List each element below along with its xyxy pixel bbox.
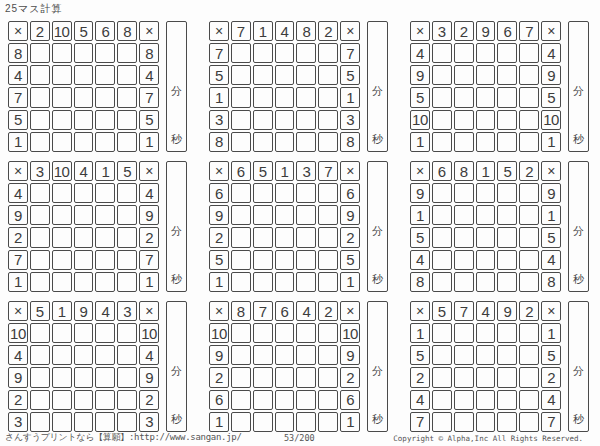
answer-cell [117,132,137,152]
operator-cell: × [139,21,159,41]
operator-cell: × [410,301,430,321]
answer-cell [52,132,72,152]
answer-cell [296,43,316,63]
answer-cell [275,65,295,85]
top-header-cell: 8 [117,21,137,41]
top-header-cell: 4 [95,301,115,321]
answer-cell [117,250,137,270]
answer-cell [476,65,496,85]
answer-cell [432,323,452,343]
answer-cell [454,390,474,410]
answer-cell [231,227,251,247]
answer-cell [519,132,539,152]
answer-cell [519,323,539,343]
answer-cell [454,323,474,343]
answer-cell [318,345,338,365]
right-header-cell: 2 [541,367,561,387]
left-header-cell: 5 [8,110,28,130]
seconds-label: 秒 [573,132,584,147]
puzzle-grid-9: ×57492×1155224477 [410,301,561,432]
answer-cell [30,43,50,63]
left-header-cell: 5 [410,87,430,107]
top-header-cell: 3 [296,161,316,181]
minutes-label: 分 [573,84,584,99]
answer-cell [231,110,251,130]
answer-cell [318,323,338,343]
answer-cell [74,110,94,130]
answer-cell [95,183,115,203]
top-header-cell: 3 [117,301,137,321]
footer-site-credit: さんすうプリントなら【算願】:http://www.sangan.jp/ [5,431,242,444]
answer-cell [275,183,295,203]
top-header-cell: 5 [432,301,452,321]
answer-cell [476,227,496,247]
answer-cell [454,272,474,292]
seconds-label: 秒 [372,132,383,147]
answer-cell [74,132,94,152]
left-header-cell: 1 [8,132,28,152]
footer-copyright: Copyright © Alpha,Inc All Rights Reserve… [393,434,583,443]
answer-cell [296,412,316,432]
top-header-cell: 2 [454,21,474,41]
answer-cell [231,272,251,292]
left-header-cell: 5 [410,227,430,247]
right-header-cell: 4 [139,183,159,203]
answer-cell [30,183,50,203]
answer-cell [52,367,72,387]
seconds-label: 秒 [171,132,182,147]
left-header-cell: 2 [209,227,229,247]
top-header-cell: 6 [432,161,452,181]
answer-cell [74,272,94,292]
top-header-cell: 5 [117,161,137,181]
right-header-cell: 8 [340,132,360,152]
top-header-cell: 7 [318,161,338,181]
drill-row-3: ×51943×101044992233 分 秒 ×87642×101099226… [8,301,589,432]
top-header-cell: 1 [253,21,273,41]
answer-cell [318,367,338,387]
answer-cell [497,43,517,63]
answer-cell [52,345,72,365]
page-footer: さんすうプリントなら【算願】:http://www.sangan.jp/ 53/… [0,431,600,444]
operator-cell: × [541,21,561,41]
left-header-cell: 4 [410,250,430,270]
left-header-cell: 1 [410,205,430,225]
answer-cell [95,412,115,432]
answer-cell [231,412,251,432]
answer-cell [253,87,273,107]
answer-cell [117,65,137,85]
left-header-cell: 9 [209,345,229,365]
answer-cell [275,323,295,343]
top-header-cell: 1 [275,161,295,181]
timer-box: 分 秒 [568,21,589,152]
answer-cell [432,227,452,247]
drill-unit-4: ×310415×4499227711 分 秒 [8,161,187,292]
answer-cell [432,367,452,387]
answer-cell [318,65,338,85]
answer-cell [52,323,72,343]
operator-cell: × [209,301,229,321]
answer-cell [117,110,137,130]
answer-cell [275,272,295,292]
answer-cell [296,110,316,130]
right-header-cell: 1 [340,272,360,292]
right-header-cell: 5 [139,110,159,130]
answer-cell [476,183,496,203]
answer-cell [454,227,474,247]
answer-cell [296,367,316,387]
minutes-label: 分 [372,224,383,239]
answer-cell [253,412,273,432]
answer-cell [231,367,251,387]
answer-cell [95,272,115,292]
answer-cell [95,87,115,107]
answer-cell [30,412,50,432]
answer-cell [296,250,316,270]
answer-cell [296,345,316,365]
answer-cell [275,87,295,107]
answer-cell [30,132,50,152]
answer-cell [432,110,452,130]
top-header-cell: 7 [454,301,474,321]
left-header-cell: 7 [209,43,229,63]
timer-box: 分 秒 [166,301,187,432]
right-header-cell: 10 [340,323,360,343]
answer-cell [454,250,474,270]
answer-cell [432,87,452,107]
answer-cell [318,110,338,130]
answer-cell [318,227,338,247]
answer-cell [117,412,137,432]
answer-cell [275,367,295,387]
answer-cell [52,412,72,432]
left-header-cell: 4 [8,65,28,85]
operator-cell: × [8,301,28,321]
answer-cell [519,43,539,63]
right-header-cell: 6 [340,390,360,410]
answer-cell [95,323,115,343]
operator-cell: × [410,161,430,181]
answer-cell [30,390,50,410]
left-header-cell: 7 [8,250,28,270]
puzzle-grid-5: ×65137×6699225511 [209,161,360,292]
answer-cell [52,205,72,225]
right-header-cell: 2 [139,227,159,247]
left-header-cell: 3 [8,412,28,432]
answer-cell [497,272,517,292]
answer-cell [296,205,316,225]
answer-cell [30,227,50,247]
right-header-cell: 9 [139,367,159,387]
answer-cell [253,272,273,292]
right-header-cell: 1 [340,412,360,432]
answer-cell [519,250,539,270]
right-header-cell: 7 [340,43,360,63]
top-header-cell: 7 [231,21,251,41]
answer-cell [52,250,72,270]
top-header-cell: 10 [52,161,72,181]
seconds-label: 秒 [171,272,182,287]
right-header-cell: 9 [139,205,159,225]
answer-cell [432,250,452,270]
top-header-cell: 3 [30,161,50,181]
answer-cell [476,412,496,432]
left-header-cell: 1 [8,272,28,292]
answer-cell [275,205,295,225]
seconds-label: 秒 [372,412,383,427]
operator-cell: × [410,21,430,41]
answer-cell [432,272,452,292]
answer-cell [497,205,517,225]
answer-cell [95,205,115,225]
answer-cell [476,390,496,410]
timer-box: 分 秒 [367,161,388,292]
left-header-cell: 1 [209,87,229,107]
answer-cell [117,345,137,365]
answer-cell [117,367,137,387]
drill-row-1: ×210568×8844775511 分 秒 ×71482×7755113388… [8,21,589,152]
answer-cell [231,87,251,107]
answer-cell [231,65,251,85]
answer-cell [30,250,50,270]
top-header-cell: 7 [519,21,539,41]
timer-box: 分 秒 [166,161,187,292]
answer-cell [519,65,539,85]
answer-cell [231,43,251,63]
left-header-cell: 2 [8,227,28,247]
answer-cell [318,412,338,432]
top-header-cell: 2 [318,301,338,321]
answer-cell [476,205,496,225]
drill-row-2: ×310415×4499227711 分 秒 ×65137×6699225511… [8,161,589,292]
answer-cell [519,110,539,130]
drill-unit-9: ×57492×1155224477 分 秒 [410,301,589,432]
right-header-cell: 1 [340,87,360,107]
answer-cell [296,87,316,107]
answer-cell [275,390,295,410]
top-header-cell: 6 [231,161,251,181]
left-header-cell: 10 [410,110,430,130]
footer-page-number: 53/200 [284,433,315,443]
right-header-cell: 2 [340,367,360,387]
top-header-cell: 4 [74,161,94,181]
left-header-cell: 4 [8,345,28,365]
minutes-label: 分 [372,364,383,379]
answer-cell [74,43,94,63]
answer-cell [497,367,517,387]
answer-cell [476,250,496,270]
left-header-cell: 4 [8,183,28,203]
answer-cell [231,183,251,203]
right-header-cell: 1 [541,205,561,225]
right-header-cell: 4 [541,250,561,270]
answer-cell [95,367,115,387]
right-header-cell: 8 [139,43,159,63]
answer-cell [253,227,273,247]
answer-cell [318,183,338,203]
answer-cell [454,345,474,365]
answer-cell [476,367,496,387]
page-title: 25マス計算 [5,2,63,16]
answer-cell [253,250,273,270]
answer-cell [74,412,94,432]
right-header-cell: 8 [541,272,561,292]
answer-cell [432,183,452,203]
left-header-cell: 8 [410,272,430,292]
answer-cell [318,132,338,152]
answer-cell [74,345,94,365]
answer-cell [74,183,94,203]
answer-cell [253,205,273,225]
right-header-cell: 2 [340,227,360,247]
answer-cell [432,390,452,410]
left-header-cell: 1 [209,412,229,432]
operator-cell: × [541,301,561,321]
answer-cell [497,323,517,343]
drill-unit-5: ×65137×6699225511 分 秒 [209,161,388,292]
timer-box: 分 秒 [367,21,388,152]
answer-cell [253,345,273,365]
answer-cell [231,205,251,225]
left-header-cell: 4 [410,390,430,410]
drill-unit-2: ×71482×7755113388 分 秒 [209,21,388,152]
answer-cell [318,390,338,410]
right-header-cell: 7 [541,412,561,432]
right-header-cell: 1 [541,323,561,343]
worksheet: ×210568×8844775511 分 秒 ×71482×7755113388… [8,21,589,432]
answer-cell [253,183,273,203]
minutes-label: 分 [573,224,584,239]
left-header-cell: 6 [209,183,229,203]
answer-cell [30,205,50,225]
top-header-cell: 1 [52,301,72,321]
answer-cell [74,205,94,225]
left-header-cell: 9 [8,367,28,387]
answer-cell [275,132,295,152]
answer-cell [74,250,94,270]
top-header-cell: 9 [74,301,94,321]
puzzle-grid-2: ×71482×7755113388 [209,21,360,152]
answer-cell [519,272,539,292]
operator-cell: × [209,161,229,181]
left-header-cell: 2 [8,390,28,410]
answer-cell [95,250,115,270]
answer-cell [497,132,517,152]
answer-cell [74,390,94,410]
left-header-cell: 7 [8,87,28,107]
answer-cell [30,65,50,85]
answer-cell [95,227,115,247]
answer-cell [476,345,496,365]
answer-cell [432,43,452,63]
drill-unit-7: ×51943×101044992233 分 秒 [8,301,187,432]
left-header-cell: 3 [209,110,229,130]
seconds-label: 秒 [372,272,383,287]
answer-cell [74,323,94,343]
answer-cell [95,43,115,63]
answer-cell [454,205,474,225]
answer-cell [52,110,72,130]
answer-cell [519,183,539,203]
answer-cell [497,412,517,432]
answer-cell [519,412,539,432]
right-header-cell: 1 [139,272,159,292]
right-header-cell: 4 [139,345,159,365]
answer-cell [95,110,115,130]
answer-cell [476,323,496,343]
answer-cell [74,65,94,85]
answer-cell [432,205,452,225]
right-header-cell: 5 [340,65,360,85]
drill-unit-1: ×210568×8844775511 分 秒 [8,21,187,152]
answer-cell [253,110,273,130]
answer-cell [497,65,517,85]
answer-cell [497,390,517,410]
left-header-cell: 1 [410,323,430,343]
answer-cell [275,345,295,365]
answer-cell [476,43,496,63]
right-header-cell: 5 [340,250,360,270]
top-header-cell: 5 [497,161,517,181]
right-header-cell: 4 [139,65,159,85]
top-header-cell: 6 [95,21,115,41]
operator-cell: × [8,161,28,181]
right-header-cell: 10 [541,110,561,130]
left-header-cell: 5 [209,250,229,270]
left-header-cell: 7 [410,412,430,432]
answer-cell [275,227,295,247]
answer-cell [318,87,338,107]
answer-cell [95,132,115,152]
answer-cell [117,227,137,247]
top-header-cell: 1 [476,161,496,181]
answer-cell [519,367,539,387]
top-header-cell: 8 [454,161,474,181]
answer-cell [30,367,50,387]
answer-cell [231,132,251,152]
answer-cell [253,390,273,410]
seconds-label: 秒 [573,272,584,287]
right-header-cell: 9 [340,205,360,225]
answer-cell [74,227,94,247]
answer-cell [52,183,72,203]
drill-unit-6: ×68152×9911554488 分 秒 [410,161,589,292]
right-header-cell: 7 [139,250,159,270]
right-header-cell: 3 [340,110,360,130]
right-header-cell: 5 [541,87,561,107]
answer-cell [253,367,273,387]
timer-box: 分 秒 [367,301,388,432]
answer-cell [52,87,72,107]
answer-cell [476,87,496,107]
left-header-cell: 8 [209,132,229,152]
right-header-cell: 4 [541,390,561,410]
answer-cell [231,345,251,365]
left-header-cell: 9 [410,65,430,85]
answer-cell [318,43,338,63]
answer-cell [454,110,474,130]
top-header-cell: 4 [296,301,316,321]
answer-cell [318,250,338,270]
puzzle-grid-7: ×51943×101044992233 [8,301,159,432]
top-header-cell: 5 [30,301,50,321]
answer-cell [95,390,115,410]
operator-cell: × [340,301,360,321]
answer-cell [519,227,539,247]
operator-cell: × [139,161,159,181]
answer-cell [318,205,338,225]
